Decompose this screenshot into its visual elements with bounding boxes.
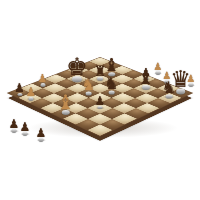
metal-piece-base (22, 132, 27, 136)
piece-shadow (36, 139, 46, 142)
metal-piece-base (156, 71, 161, 75)
metal-piece-base (11, 129, 16, 133)
piece-light-pawn: ♟ (163, 71, 172, 81)
wobble-chess-set-photo: ♟♟♟♚♜♝♞♝♞♟♟♝♞♛♟♟♟♟♟♟ (0, 0, 200, 200)
metal-piece-base (189, 83, 194, 87)
piece-shadow (187, 84, 195, 87)
piece-light-pawn: ♟ (154, 62, 163, 72)
piece-shadow (9, 130, 19, 133)
piece-light-pawn: ♟ (187, 74, 196, 84)
metal-piece-base (38, 138, 43, 142)
piece-dark-pawn: ♟ (9, 118, 20, 130)
piece-shadow (154, 72, 162, 75)
piece-shadow (20, 133, 30, 136)
